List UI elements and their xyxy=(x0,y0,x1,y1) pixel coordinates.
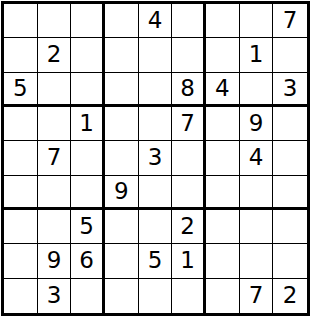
sudoku-cell-r5c4[interactable] xyxy=(105,141,139,175)
sudoku-cell-r3c6[interactable]: 8 xyxy=(172,73,206,107)
sudoku-cell-r8c1[interactable] xyxy=(4,244,38,278)
sudoku-cell-r4c3[interactable]: 1 xyxy=(71,107,105,141)
sudoku-cell-r6c5[interactable] xyxy=(139,176,173,210)
sudoku-cell-r9c6[interactable] xyxy=(172,279,206,313)
sudoku-cell-r8c4[interactable] xyxy=(105,244,139,278)
sudoku-cell-r6c7[interactable] xyxy=(206,176,240,210)
sudoku-cell-r4c4[interactable] xyxy=(105,107,139,141)
sudoku-cell-r7c2[interactable] xyxy=(38,210,72,244)
sudoku-cell-r4c2[interactable] xyxy=(38,107,72,141)
sudoku-cell-r8c2[interactable]: 9 xyxy=(38,244,72,278)
sudoku-cell-r9c8[interactable]: 7 xyxy=(240,279,274,313)
sudoku-cell-r4c6[interactable]: 7 xyxy=(172,107,206,141)
sudoku-cell-r6c4[interactable]: 9 xyxy=(105,176,139,210)
sudoku-cell-r5c2[interactable]: 7 xyxy=(38,141,72,175)
sudoku-cell-r6c1[interactable] xyxy=(4,176,38,210)
sudoku-cell-r1c2[interactable] xyxy=(38,4,72,38)
sudoku-cell-r9c1[interactable] xyxy=(4,279,38,313)
sudoku-cell-r4c1[interactable] xyxy=(4,107,38,141)
sudoku-cell-r1c1[interactable] xyxy=(4,4,38,38)
sudoku-cell-r2c1[interactable] xyxy=(4,38,38,72)
sudoku-cell-r8c7[interactable] xyxy=(206,244,240,278)
sudoku-cell-r7c1[interactable] xyxy=(4,210,38,244)
sudoku-cell-r3c7[interactable]: 4 xyxy=(206,73,240,107)
sudoku-cell-r1c4[interactable] xyxy=(105,4,139,38)
sudoku-cell-r8c9[interactable] xyxy=(273,244,307,278)
sudoku-cell-r2c5[interactable] xyxy=(139,38,173,72)
sudoku-cell-r1c8[interactable] xyxy=(240,4,274,38)
sudoku-cell-r3c1[interactable]: 5 xyxy=(4,73,38,107)
sudoku-board: 472158431797349529651372 xyxy=(1,1,310,316)
sudoku-cell-r3c3[interactable] xyxy=(71,73,105,107)
sudoku-cell-r4c8[interactable]: 9 xyxy=(240,107,274,141)
sudoku-cell-r5c6[interactable] xyxy=(172,141,206,175)
sudoku-cell-r7c8[interactable] xyxy=(240,210,274,244)
sudoku-cell-r1c9[interactable]: 7 xyxy=(273,4,307,38)
sudoku-cell-r1c3[interactable] xyxy=(71,4,105,38)
sudoku-cell-r9c3[interactable] xyxy=(71,279,105,313)
sudoku-cell-r7c9[interactable] xyxy=(273,210,307,244)
sudoku-cell-r6c2[interactable] xyxy=(38,176,72,210)
sudoku-cell-r2c7[interactable] xyxy=(206,38,240,72)
sudoku-cell-r6c3[interactable] xyxy=(71,176,105,210)
sudoku-cell-r1c5[interactable]: 4 xyxy=(139,4,173,38)
sudoku-cell-r7c5[interactable] xyxy=(139,210,173,244)
sudoku-cell-r4c7[interactable] xyxy=(206,107,240,141)
sudoku-cell-r6c9[interactable] xyxy=(273,176,307,210)
sudoku-cell-r4c9[interactable] xyxy=(273,107,307,141)
sudoku-cell-r6c8[interactable] xyxy=(240,176,274,210)
sudoku-cell-r5c3[interactable] xyxy=(71,141,105,175)
sudoku-cell-r7c7[interactable] xyxy=(206,210,240,244)
sudoku-cell-r1c7[interactable] xyxy=(206,4,240,38)
sudoku-cell-r8c5[interactable]: 5 xyxy=(139,244,173,278)
sudoku-cell-r7c3[interactable]: 5 xyxy=(71,210,105,244)
sudoku-cell-r8c6[interactable]: 1 xyxy=(172,244,206,278)
sudoku-cell-r7c6[interactable]: 2 xyxy=(172,210,206,244)
sudoku-cell-r9c7[interactable] xyxy=(206,279,240,313)
sudoku-cell-r9c9[interactable]: 2 xyxy=(273,279,307,313)
sudoku-cell-r3c9[interactable]: 3 xyxy=(273,73,307,107)
sudoku-cell-r2c4[interactable] xyxy=(105,38,139,72)
sudoku-cell-r5c7[interactable] xyxy=(206,141,240,175)
sudoku-cell-r4c5[interactable] xyxy=(139,107,173,141)
sudoku-cell-r2c6[interactable] xyxy=(172,38,206,72)
sudoku-cell-r2c9[interactable] xyxy=(273,38,307,72)
sudoku-cell-r5c5[interactable]: 3 xyxy=(139,141,173,175)
sudoku-cell-r3c2[interactable] xyxy=(38,73,72,107)
sudoku-cell-r3c5[interactable] xyxy=(139,73,173,107)
sudoku-cell-r2c8[interactable]: 1 xyxy=(240,38,274,72)
sudoku-cell-r3c8[interactable] xyxy=(240,73,274,107)
sudoku-cell-r5c8[interactable]: 4 xyxy=(240,141,274,175)
sudoku-cell-r9c4[interactable] xyxy=(105,279,139,313)
sudoku-cell-r5c1[interactable] xyxy=(4,141,38,175)
sudoku-cell-r9c2[interactable]: 3 xyxy=(38,279,72,313)
sudoku-cell-r8c3[interactable]: 6 xyxy=(71,244,105,278)
sudoku-cell-r3c4[interactable] xyxy=(105,73,139,107)
sudoku-cell-r9c5[interactable] xyxy=(139,279,173,313)
sudoku-cell-r2c2[interactable]: 2 xyxy=(38,38,72,72)
sudoku-cell-r7c4[interactable] xyxy=(105,210,139,244)
sudoku-cell-r2c3[interactable] xyxy=(71,38,105,72)
sudoku-cell-r5c9[interactable] xyxy=(273,141,307,175)
sudoku-cell-r6c6[interactable] xyxy=(172,176,206,210)
sudoku-cell-r1c6[interactable] xyxy=(172,4,206,38)
sudoku-cell-r8c8[interactable] xyxy=(240,244,274,278)
